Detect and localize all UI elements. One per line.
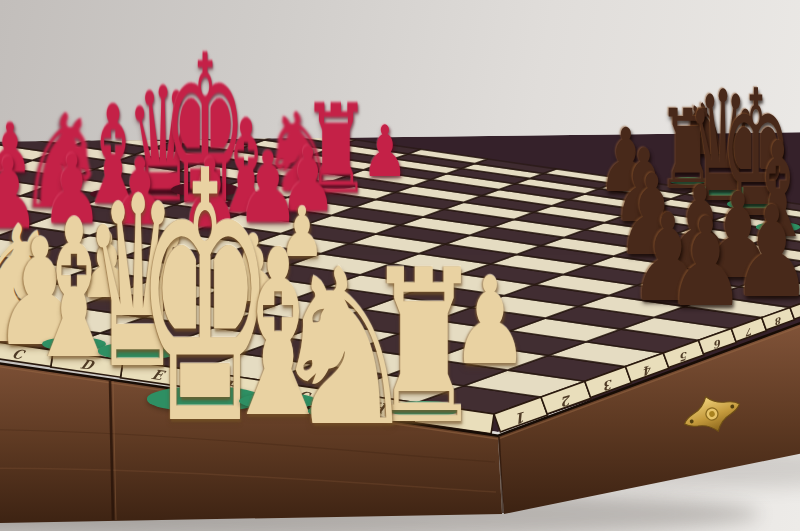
board-cell[interactable] <box>201 126 278 140</box>
board-cell[interactable] <box>125 122 202 136</box>
three-player-chess-board[interactable]: HGFEDCBA12345678 <box>0 0 800 531</box>
board-cell[interactable] <box>48 118 125 133</box>
board-cell[interactable] <box>139 117 215 131</box>
board-cell[interactable] <box>64 113 139 127</box>
board-cell[interactable] <box>109 127 187 142</box>
board-cell[interactable] <box>215 121 291 135</box>
board-cell[interactable] <box>31 124 109 139</box>
studio-backdrop: HGFEDCBA12345678 ♞♟♟♜♞♜♟♛♚♛♝♞♝♚♟♟♟♟♟♟♟♝♟… <box>0 0 800 531</box>
board-cell[interactable] <box>92 104 165 117</box>
board-cell[interactable] <box>153 112 228 126</box>
board-cell[interactable] <box>79 108 153 122</box>
